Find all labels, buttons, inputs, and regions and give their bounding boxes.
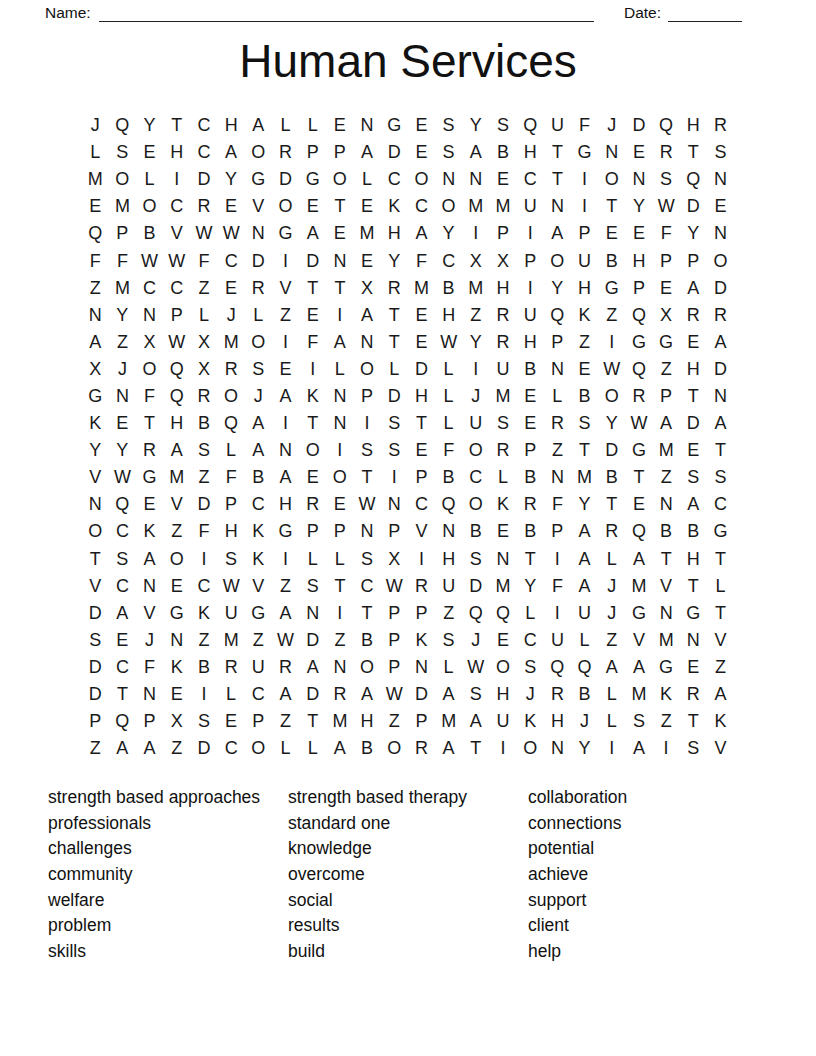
grid-cell-r8c11: A xyxy=(353,302,380,329)
grid-cell-r9c11: N xyxy=(353,329,380,356)
grid-cell-r8c3: N xyxy=(136,302,163,329)
grid-cell-r5c15: I xyxy=(462,220,489,247)
grid-cell-r5c7: N xyxy=(245,220,272,247)
grid-cell-r20c17: C xyxy=(517,627,544,654)
grid-cell-r17c15: S xyxy=(462,546,489,573)
grid-cell-r19c8: A xyxy=(272,600,299,627)
grid-cell-r16c17: B xyxy=(517,518,544,545)
grid-cell-r20c8: W xyxy=(272,627,299,654)
grid-cell-r10c14: L xyxy=(435,356,462,383)
grid-cell-r16c18: P xyxy=(544,518,571,545)
grid-cell-r14c9: E xyxy=(299,464,326,491)
grid-cell-r4c6: E xyxy=(218,193,245,220)
grid-cell-r5c20: E xyxy=(598,220,625,247)
grid-cell-r24c7: O xyxy=(245,735,272,762)
grid-cell-r7c24: D xyxy=(707,275,734,302)
grid-cell-r13c10: I xyxy=(326,437,353,464)
grid-cell-r2c18: T xyxy=(544,139,571,166)
grid-cell-r11c21: R xyxy=(625,383,652,410)
grid-cell-r8c4: P xyxy=(163,302,190,329)
grid-cell-r18c18: F xyxy=(544,573,571,600)
grid-cell-r18c11: C xyxy=(353,573,380,600)
grid-cell-r14c17: B xyxy=(517,464,544,491)
grid-cell-r11c8: A xyxy=(272,383,299,410)
grid-cell-r14c22: Z xyxy=(653,464,680,491)
grid-cell-r7c16: H xyxy=(489,275,516,302)
grid-cell-r9c23: E xyxy=(680,329,707,356)
grid-cell-r23c10: M xyxy=(326,708,353,735)
grid-cell-r9c13: E xyxy=(408,329,435,356)
grid-cell-r18c6: W xyxy=(218,573,245,600)
word-bank-item: build xyxy=(288,939,528,965)
grid-cell-r24c18: N xyxy=(544,735,571,762)
grid-cell-r13c11: S xyxy=(353,437,380,464)
grid-cell-r22c12: W xyxy=(381,681,408,708)
grid-cell-r1c15: Y xyxy=(462,112,489,139)
grid-cell-r5c6: W xyxy=(218,220,245,247)
grid-cell-r13c3: R xyxy=(136,437,163,464)
grid-cell-r22c6: L xyxy=(218,681,245,708)
grid-cell-r24c13: R xyxy=(408,735,435,762)
grid-cell-r21c8: R xyxy=(272,654,299,681)
grid-cell-r18c16: M xyxy=(489,573,516,600)
grid-cell-r7c13: M xyxy=(408,275,435,302)
grid-cell-r9c17: H xyxy=(517,329,544,356)
grid-cell-r9c1: A xyxy=(82,329,109,356)
grid-cell-r8c7: L xyxy=(245,302,272,329)
grid-cell-r23c17: K xyxy=(517,708,544,735)
grid-cell-r13c1: Y xyxy=(82,437,109,464)
grid-cell-r16c22: B xyxy=(653,518,680,545)
grid-cell-r15c18: F xyxy=(544,491,571,518)
grid-cell-r19c6: U xyxy=(218,600,245,627)
grid-cell-r23c20: L xyxy=(598,708,625,735)
grid-cell-r6c6: C xyxy=(218,247,245,274)
grid-cell-r24c12: O xyxy=(381,735,408,762)
grid-cell-r22c7: C xyxy=(245,681,272,708)
grid-cell-r16c9: P xyxy=(299,518,326,545)
grid-cell-r6c7: D xyxy=(245,247,272,274)
grid-cell-r5c10: E xyxy=(326,220,353,247)
grid-cell-r21c9: A xyxy=(299,654,326,681)
grid-cell-r9c20: I xyxy=(598,329,625,356)
grid-cell-r23c13: P xyxy=(408,708,435,735)
grid-cell-r2c21: E xyxy=(625,139,652,166)
grid-cell-r16c11: N xyxy=(353,518,380,545)
grid-cell-r13c2: Y xyxy=(109,437,136,464)
grid-cell-r8c23: R xyxy=(680,302,707,329)
grid-cell-r1c9: L xyxy=(299,112,326,139)
grid-cell-r20c9: D xyxy=(299,627,326,654)
grid-cell-r22c22: K xyxy=(653,681,680,708)
grid-cell-r9c21: G xyxy=(625,329,652,356)
word-bank-item: strength based therapy xyxy=(288,785,528,811)
grid-cell-r5c18: A xyxy=(544,220,571,247)
grid-cell-r19c9: N xyxy=(299,600,326,627)
grid-cell-r2c24: S xyxy=(707,139,734,166)
grid-cell-r17c21: A xyxy=(625,546,652,573)
grid-cell-r17c24: T xyxy=(707,546,734,573)
grid-cell-r7c6: E xyxy=(218,275,245,302)
grid-cell-r4c24: E xyxy=(707,193,734,220)
grid-cell-r17c19: A xyxy=(571,546,598,573)
grid-cell-r6c8: I xyxy=(272,247,299,274)
grid-cell-r22c14: A xyxy=(435,681,462,708)
grid-cell-r20c10: Z xyxy=(326,627,353,654)
grid-cell-r2c22: R xyxy=(653,139,680,166)
grid-cell-r1c10: E xyxy=(326,112,353,139)
grid-cell-r17c1: T xyxy=(82,546,109,573)
grid-cell-r9c19: Z xyxy=(571,329,598,356)
grid-cell-r12c20: Y xyxy=(598,410,625,437)
grid-cell-r22c23: R xyxy=(680,681,707,708)
word-bank-item: welfare xyxy=(48,888,288,914)
grid-cell-r14c16: L xyxy=(489,464,516,491)
grid-cell-r19c4: G xyxy=(163,600,190,627)
grid-cell-r19c18: I xyxy=(544,600,571,627)
grid-cell-r10c23: H xyxy=(680,356,707,383)
grid-cell-r15c12: N xyxy=(381,491,408,518)
grid-cell-r20c19: L xyxy=(571,627,598,654)
grid-cell-r7c14: B xyxy=(435,275,462,302)
grid-cell-r24c10: A xyxy=(326,735,353,762)
grid-cell-r19c22: N xyxy=(653,600,680,627)
word-bank-item: standard one xyxy=(288,811,528,837)
grid-cell-r5c14: Y xyxy=(435,220,462,247)
grid-cell-r8c18: Q xyxy=(544,302,571,329)
grid-cell-r3c18: T xyxy=(544,166,571,193)
grid-cell-r17c7: K xyxy=(245,546,272,573)
grid-cell-r13c23: E xyxy=(680,437,707,464)
grid-cell-r5c13: A xyxy=(408,220,435,247)
grid-cell-r17c9: L xyxy=(299,546,326,573)
grid-cell-r4c20: T xyxy=(598,193,625,220)
grid-cell-r2c10: P xyxy=(326,139,353,166)
grid-cell-r15c17: R xyxy=(517,491,544,518)
grid-cell-r24c9: L xyxy=(299,735,326,762)
grid-cell-r5c23: Y xyxy=(680,220,707,247)
grid-cell-r16c8: G xyxy=(272,518,299,545)
grid-cell-r3c7: G xyxy=(245,166,272,193)
grid-cell-r6c17: P xyxy=(517,247,544,274)
grid-cell-r6c12: Y xyxy=(381,247,408,274)
grid-cell-r16c7: K xyxy=(245,518,272,545)
grid-cell-r19c14: Z xyxy=(435,600,462,627)
grid-cell-r15c13: C xyxy=(408,491,435,518)
grid-cell-r11c19: B xyxy=(571,383,598,410)
grid-cell-r10c21: Q xyxy=(625,356,652,383)
grid-cell-r7c23: A xyxy=(680,275,707,302)
grid-cell-r3c12: C xyxy=(381,166,408,193)
word-bank-item: problem xyxy=(48,913,288,939)
grid-cell-r7c4: C xyxy=(163,275,190,302)
grid-cell-r22c9: D xyxy=(299,681,326,708)
grid-cell-r1c19: F xyxy=(571,112,598,139)
grid-cell-r22c17: J xyxy=(517,681,544,708)
grid-cell-r17c23: H xyxy=(680,546,707,573)
grid-cell-r16c2: C xyxy=(109,518,136,545)
grid-cell-r6c22: P xyxy=(653,247,680,274)
grid-cell-r7c18: Y xyxy=(544,275,571,302)
grid-cell-r3c1: M xyxy=(82,166,109,193)
grid-cell-r2c19: G xyxy=(571,139,598,166)
grid-cell-r5c17: I xyxy=(517,220,544,247)
grid-cell-r11c10: N xyxy=(326,383,353,410)
grid-cell-r16c13: V xyxy=(408,518,435,545)
name-line xyxy=(99,6,594,22)
grid-cell-r12c15: U xyxy=(462,410,489,437)
grid-cell-r13c24: T xyxy=(707,437,734,464)
grid-cell-r8c1: N xyxy=(82,302,109,329)
grid-cell-r21c15: W xyxy=(462,654,489,681)
grid-cell-r11c23: T xyxy=(680,383,707,410)
grid-cell-r14c5: Z xyxy=(190,464,217,491)
grid-cell-r7c22: E xyxy=(653,275,680,302)
grid-cell-r10c22: Z xyxy=(653,356,680,383)
grid-cell-r3c6: Y xyxy=(218,166,245,193)
grid-cell-r8c12: T xyxy=(381,302,408,329)
grid-cell-r6c19: U xyxy=(571,247,598,274)
grid-cell-r3c22: S xyxy=(653,166,680,193)
grid-cell-r4c1: E xyxy=(82,193,109,220)
grid-cell-r24c16: I xyxy=(489,735,516,762)
grid-cell-r11c18: L xyxy=(544,383,571,410)
grid-cell-r11c4: Q xyxy=(163,383,190,410)
grid-cell-r3c15: N xyxy=(462,166,489,193)
grid-cell-r10c11: O xyxy=(353,356,380,383)
grid-cell-r12c7: A xyxy=(245,410,272,437)
grid-cell-r20c3: J xyxy=(136,627,163,654)
grid-cell-r8c6: J xyxy=(218,302,245,329)
grid-cell-r4c8: O xyxy=(272,193,299,220)
grid-cell-r2c12: D xyxy=(381,139,408,166)
grid-cell-r12c12: S xyxy=(381,410,408,437)
word-bank-item: skills xyxy=(48,939,288,965)
grid-cell-r22c24: A xyxy=(707,681,734,708)
grid-cell-r15c1: N xyxy=(82,491,109,518)
grid-cell-r4c18: N xyxy=(544,193,571,220)
grid-cell-r21c18: Q xyxy=(544,654,571,681)
grid-cell-r5c3: B xyxy=(136,220,163,247)
grid-cell-r18c23: T xyxy=(680,573,707,600)
grid-cell-r12c18: R xyxy=(544,410,571,437)
grid-cell-r16c15: B xyxy=(462,518,489,545)
grid-cell-r3c3: L xyxy=(136,166,163,193)
grid-cell-r12c19: S xyxy=(571,410,598,437)
grid-cell-r13c15: O xyxy=(462,437,489,464)
grid-cell-r15c10: E xyxy=(326,491,353,518)
grid-cell-r12c4: H xyxy=(163,410,190,437)
grid-cell-r17c13: I xyxy=(408,546,435,573)
grid-cell-r9c3: X xyxy=(136,329,163,356)
grid-cell-r13c17: P xyxy=(517,437,544,464)
grid-cell-r18c4: E xyxy=(163,573,190,600)
grid-cell-r1c1: J xyxy=(82,112,109,139)
grid-cell-r22c21: M xyxy=(625,681,652,708)
grid-cell-r1c24: R xyxy=(707,112,734,139)
grid-cell-r14c7: B xyxy=(245,464,272,491)
grid-cell-r24c1: Z xyxy=(82,735,109,762)
grid-cell-r6c3: W xyxy=(136,247,163,274)
grid-cell-r1c21: D xyxy=(625,112,652,139)
word-bank-item: professionals xyxy=(48,811,288,837)
grid-cell-r10c6: R xyxy=(218,356,245,383)
grid-cell-r15c5: D xyxy=(190,491,217,518)
grid-cell-r11c5: R xyxy=(190,383,217,410)
grid-cell-r13c16: R xyxy=(489,437,516,464)
grid-cell-r4c3: O xyxy=(136,193,163,220)
grid-cell-r12c17: E xyxy=(517,410,544,437)
grid-cell-r17c17: T xyxy=(517,546,544,573)
word-bank-item: client xyxy=(528,913,816,939)
grid-cell-r4c14: O xyxy=(435,193,462,220)
grid-cell-r2c20: N xyxy=(598,139,625,166)
grid-cell-r5c16: P xyxy=(489,220,516,247)
grid-cell-r2c9: P xyxy=(299,139,326,166)
grid-cell-r2c23: T xyxy=(680,139,707,166)
grid-cell-r4c11: E xyxy=(353,193,380,220)
grid-cell-r15c24: C xyxy=(707,491,734,518)
grid-cell-r9c2: Z xyxy=(109,329,136,356)
word-bank-item: achieve xyxy=(528,862,816,888)
grid-cell-r15c3: E xyxy=(136,491,163,518)
grid-cell-r20c22: M xyxy=(653,627,680,654)
grid-cell-r9c22: G xyxy=(653,329,680,356)
grid-cell-r24c21: A xyxy=(625,735,652,762)
grid-cell-r14c12: I xyxy=(381,464,408,491)
grid-cell-r6c4: W xyxy=(163,247,190,274)
grid-cell-r8c20: Z xyxy=(598,302,625,329)
grid-cell-r12c24: A xyxy=(707,410,734,437)
grid-cell-r22c3: N xyxy=(136,681,163,708)
grid-cell-r11c20: O xyxy=(598,383,625,410)
word-bank-item: potential xyxy=(528,836,816,862)
grid-cell-r21c21: A xyxy=(625,654,652,681)
grid-cell-r4c13: C xyxy=(408,193,435,220)
grid-cell-r9c15: Y xyxy=(462,329,489,356)
grid-cell-r1c20: J xyxy=(598,112,625,139)
grid-cell-r6c9: D xyxy=(299,247,326,274)
grid-cell-r14c6: F xyxy=(218,464,245,491)
grid-cell-r17c2: S xyxy=(109,546,136,573)
grid-cell-r6c14: C xyxy=(435,247,462,274)
date-label: Date: xyxy=(624,4,661,22)
grid-cell-r16c6: H xyxy=(218,518,245,545)
grid-cell-r17c3: A xyxy=(136,546,163,573)
grid-cell-r20c7: Z xyxy=(245,627,272,654)
grid-cell-r21c7: U xyxy=(245,654,272,681)
word-bank-item: community xyxy=(48,862,288,888)
grid-cell-r11c11: P xyxy=(353,383,380,410)
grid-cell-r12c22: A xyxy=(653,410,680,437)
grid-cell-r20c23: N xyxy=(680,627,707,654)
grid-cell-r21c1: D xyxy=(82,654,109,681)
grid-cell-r10c12: L xyxy=(381,356,408,383)
grid-cell-r20c11: B xyxy=(353,627,380,654)
grid-cell-r6c16: X xyxy=(489,247,516,274)
grid-cell-r10c3: O xyxy=(136,356,163,383)
grid-cell-r15c6: P xyxy=(218,491,245,518)
grid-cell-r19c23: G xyxy=(680,600,707,627)
grid-cell-r13c4: A xyxy=(163,437,190,464)
grid-cell-r10c9: I xyxy=(299,356,326,383)
grid-cell-r14c11: T xyxy=(353,464,380,491)
grid-cell-r1c17: Q xyxy=(517,112,544,139)
grid-cell-r8c14: H xyxy=(435,302,462,329)
grid-cell-r5c19: P xyxy=(571,220,598,247)
grid-cell-r11c3: F xyxy=(136,383,163,410)
grid-cell-r4c12: K xyxy=(381,193,408,220)
grid-cell-r18c14: U xyxy=(435,573,462,600)
grid-cell-r6c18: O xyxy=(544,247,571,274)
word-bank-item: help xyxy=(528,939,816,965)
grid-cell-r10c24: D xyxy=(707,356,734,383)
grid-cell-r7c11: X xyxy=(353,275,380,302)
word-bank: strength based approachesprofessionalsch… xyxy=(48,785,816,964)
grid-cell-r14c14: B xyxy=(435,464,462,491)
grid-cell-r20c5: Z xyxy=(190,627,217,654)
grid-cell-r14c8: A xyxy=(272,464,299,491)
grid-cell-r11c13: H xyxy=(408,383,435,410)
grid-cell-r5c5: W xyxy=(190,220,217,247)
grid-cell-r15c22: N xyxy=(653,491,680,518)
grid-cell-r15c11: W xyxy=(353,491,380,518)
grid-cell-r24c15: T xyxy=(462,735,489,762)
grid-cell-r23c24: K xyxy=(707,708,734,735)
grid-cell-r16c20: R xyxy=(598,518,625,545)
grid-cell-r22c19: B xyxy=(571,681,598,708)
word-bank-column-3: collaborationconnectionspotentialachieve… xyxy=(528,785,816,964)
grid-cell-r12c9: T xyxy=(299,410,326,437)
grid-cell-r21c5: B xyxy=(190,654,217,681)
grid-cell-r11c14: L xyxy=(435,383,462,410)
grid-cell-r11c15: J xyxy=(462,383,489,410)
grid-cell-r20c18: U xyxy=(544,627,571,654)
grid-cell-r12c1: K xyxy=(82,410,109,437)
grid-cell-r12c10: N xyxy=(326,410,353,437)
grid-cell-r23c18: H xyxy=(544,708,571,735)
grid-cell-r3c13: O xyxy=(408,166,435,193)
grid-cell-r2c1: L xyxy=(82,139,109,166)
grid-cell-r23c15: A xyxy=(462,708,489,735)
grid-cell-r18c9: S xyxy=(299,573,326,600)
grid-cell-r18c17: Y xyxy=(517,573,544,600)
grid-cell-r12c23: D xyxy=(680,410,707,437)
grid-cell-r21c12: P xyxy=(381,654,408,681)
grid-cell-r15c2: Q xyxy=(109,491,136,518)
grid-cell-r16c1: O xyxy=(82,518,109,545)
grid-cell-r17c18: I xyxy=(544,546,571,573)
grid-cell-r19c2: A xyxy=(109,600,136,627)
grid-cell-r9c5: X xyxy=(190,329,217,356)
grid-cell-r4c10: T xyxy=(326,193,353,220)
grid-cell-r22c11: A xyxy=(353,681,380,708)
grid-cell-r11c17: E xyxy=(517,383,544,410)
grid-cell-r7c21: P xyxy=(625,275,652,302)
grid-cell-r19c11: T xyxy=(353,600,380,627)
grid-cell-r23c6: E xyxy=(218,708,245,735)
grid-cell-r24c6: C xyxy=(218,735,245,762)
grid-cell-r12c5: B xyxy=(190,410,217,437)
grid-cell-r9c6: M xyxy=(218,329,245,356)
grid-cell-r23c7: P xyxy=(245,708,272,735)
grid-cell-r21c14: L xyxy=(435,654,462,681)
grid-cell-r21c24: Z xyxy=(707,654,734,681)
grid-cell-r4c9: E xyxy=(299,193,326,220)
grid-cell-r22c8: A xyxy=(272,681,299,708)
grid-cell-r18c7: V xyxy=(245,573,272,600)
grid-cell-r4c15: M xyxy=(462,193,489,220)
